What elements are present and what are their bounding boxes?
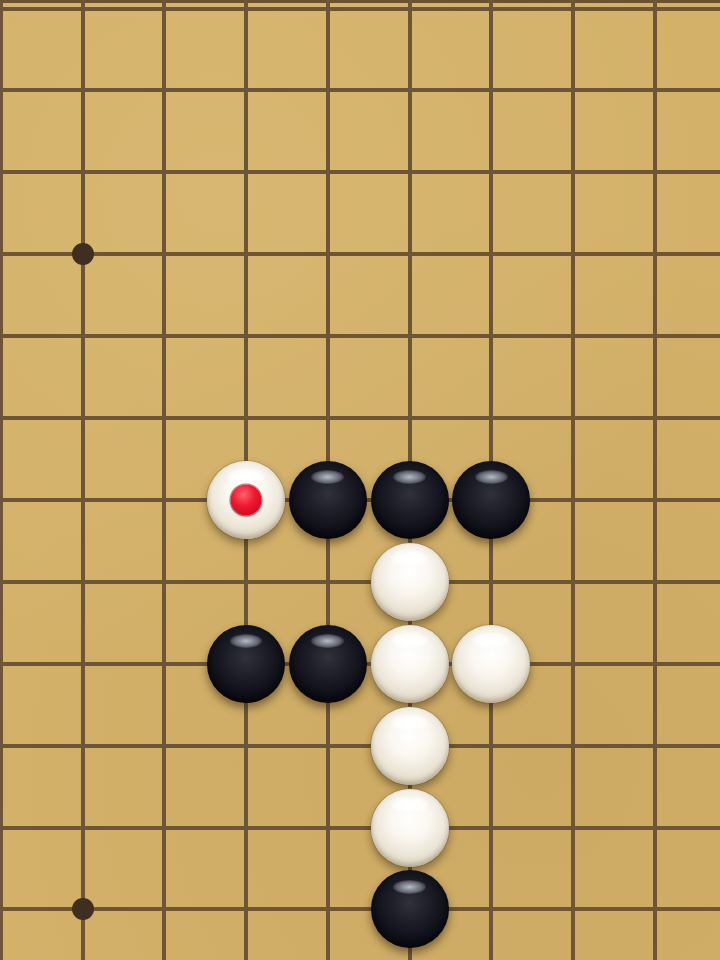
grid-line-horizontal: [0, 334, 720, 338]
go-board[interactable]: [0, 0, 720, 960]
black-stone: [452, 461, 530, 539]
black-stone: [371, 461, 449, 539]
grid-line-horizontal: [0, 88, 720, 92]
black-stone: [289, 461, 367, 539]
grid-line-horizontal: [0, 580, 720, 584]
black-stone: [371, 870, 449, 948]
black-stone: [289, 625, 367, 703]
star-point: [72, 898, 94, 920]
white-stone: [207, 461, 285, 539]
grid-line-horizontal: [0, 252, 720, 256]
grid-line-vertical: [162, 0, 166, 960]
grid-line-vertical: [81, 0, 85, 960]
grid-line-vertical: [571, 0, 575, 960]
black-stone: [207, 625, 285, 703]
grid-line-horizontal: [0, 907, 720, 911]
grid-line-horizontal: [0, 7, 720, 11]
white-stone: [371, 543, 449, 621]
white-stone: [371, 707, 449, 785]
grid-line-vertical: [0, 0, 3, 960]
white-stone: [452, 625, 530, 703]
grid-line-horizontal: [0, 416, 720, 420]
star-point: [72, 243, 94, 265]
grid-line-horizontal: [0, 744, 720, 748]
grid-line-vertical: [653, 0, 657, 960]
board-top-edge: [0, 0, 720, 3]
white-stone: [371, 625, 449, 703]
last-move-marker: [231, 484, 262, 515]
white-stone: [371, 789, 449, 867]
grid-line-horizontal: [0, 170, 720, 174]
grid-line-horizontal: [0, 826, 720, 830]
